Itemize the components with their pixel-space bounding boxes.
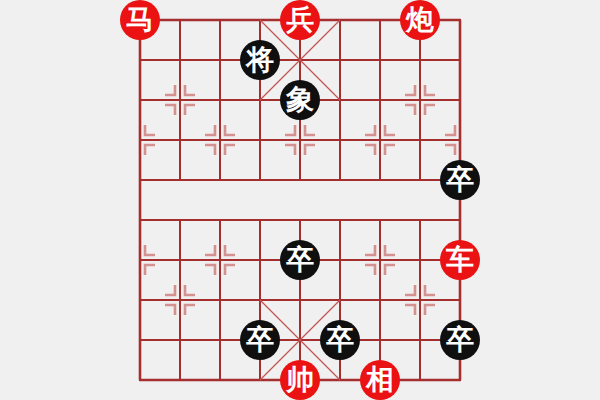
piece-black-elephant[interactable]: 象 (280, 80, 320, 120)
piece-black-soldier[interactable]: 卒 (320, 320, 360, 360)
board-grid (0, 0, 600, 400)
piece-red-chariot[interactable]: 车 (440, 240, 480, 280)
piece-black-soldier[interactable]: 卒 (280, 240, 320, 280)
piece-red-general[interactable]: 帅 (280, 360, 320, 400)
piece-red-horse[interactable]: 马 (120, 0, 160, 40)
piece-black-soldier[interactable]: 卒 (440, 320, 480, 360)
piece-black-soldier[interactable]: 卒 (240, 320, 280, 360)
piece-red-cannon[interactable]: 炮 (400, 0, 440, 40)
piece-black-general[interactable]: 将 (240, 40, 280, 80)
xiangqi-board[interactable]: 马兵炮将象卒卒车卒卒卒帅相 (0, 0, 600, 400)
piece-black-soldier[interactable]: 卒 (440, 160, 480, 200)
piece-red-soldier[interactable]: 兵 (280, 0, 320, 40)
piece-red-elephant[interactable]: 相 (360, 360, 400, 400)
